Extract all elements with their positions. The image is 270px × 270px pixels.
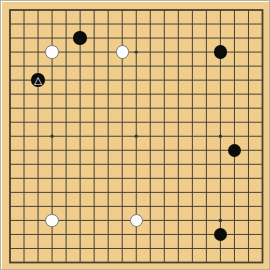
black-stone-glyph: ● [75, 32, 85, 44]
stone-black-R9: ● [228, 144, 241, 157]
black-stone-glyph: ● [229, 144, 239, 156]
triangle-marker: △ [31, 73, 44, 86]
black-stone-glyph: ● [215, 46, 225, 58]
stone-black-C14: ●△ [31, 73, 44, 86]
white-stone-glyph: ○ [117, 46, 127, 58]
stone-black-Q16: ● [214, 45, 227, 58]
stone-white-D4: ○ [45, 214, 58, 227]
white-stone-glyph: ○ [47, 46, 57, 58]
stone-white-K4: ○ [130, 214, 143, 227]
go-diagram: ●●●△●●○○○○ [0, 0, 270, 270]
white-stone-glyph: ○ [131, 214, 141, 226]
black-stone-glyph: ● [215, 228, 225, 240]
stone-black-Q3: ● [214, 228, 227, 241]
stone-white-D16: ○ [45, 45, 58, 58]
stones-layer: ●●●△●●○○○○ [3, 3, 270, 270]
white-stone-glyph: ○ [47, 214, 57, 226]
stone-white-J16: ○ [116, 45, 129, 58]
stone-black-F17: ● [73, 31, 86, 44]
